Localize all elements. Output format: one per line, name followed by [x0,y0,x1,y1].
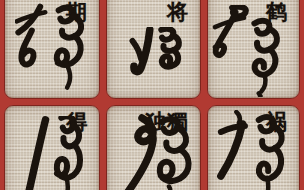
calligraphy-card-grid: 期 将 鹤 [0,0,304,190]
card-character-label: 将 [167,2,189,23]
calligraphy-card: 独獨 [106,105,201,190]
cursive-glyph [208,5,294,97]
calligraphy-card: 将 [106,0,201,99]
cursive-glyph [115,114,205,190]
cursive-glyph [121,27,193,97]
cursive-glyph [21,116,93,190]
calligraphy-card: 期 [4,0,100,99]
calligraphy-card: 祸 [207,105,300,190]
cursive-glyph [15,3,99,95]
calligraphy-card: 得 [4,105,100,190]
cursive-glyph [214,110,300,190]
calligraphy-card: 鹤 [207,0,300,99]
